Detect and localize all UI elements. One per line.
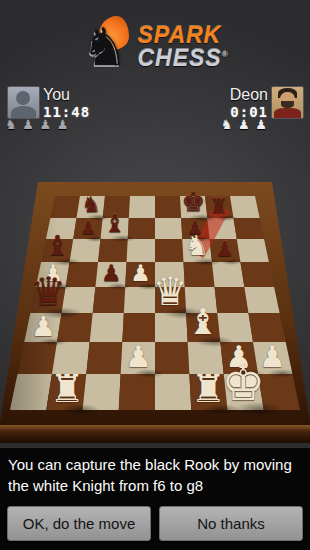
sparkchess-app: { "game": "chess", "logo": { "title_top"… <box>0 0 310 550</box>
piece-black-b-c7[interactable]: ♝ <box>104 212 126 237</box>
piece-black-p-g6[interactable]: ♟ <box>215 239 233 260</box>
knight-logo-icon: ♞ <box>81 16 133 78</box>
avatar-white-player <box>7 86 40 119</box>
logo-text-chess: CHESS® <box>137 47 228 70</box>
no-thanks-button[interactable]: No thanks <box>159 506 303 541</box>
piece-white-q-e4[interactable]: ♛ <box>153 272 188 311</box>
chess-board[interactable]: ♞♚♜♟♝♟♝♞♟♟♟♟♛♛♟♝♟♟♟♜♜♚ <box>0 135 310 447</box>
piece-white-b-f3[interactable]: ♝ <box>187 304 219 340</box>
square-d4[interactable] <box>124 287 155 313</box>
square-e1[interactable] <box>155 374 191 410</box>
square-e7[interactable] <box>155 218 182 239</box>
piece-white-p-d2[interactable]: ♟ <box>125 342 152 372</box>
square-g4[interactable] <box>215 287 249 313</box>
square-d1[interactable] <box>119 374 155 410</box>
piece-white-p-a3[interactable]: ♟ <box>31 313 56 341</box>
square-d3[interactable] <box>122 313 155 342</box>
hint-panel: You can capture the black Rook by moving… <box>0 447 310 550</box>
black-captured-tray: ♞ ♟ ♟ <box>221 117 268 132</box>
white-captured-tray: ♞ ♟ ♟ ♟ <box>5 117 69 132</box>
piece-white-r-b1[interactable]: ♜ <box>49 369 84 408</box>
piece-white-k-g1[interactable]: ♚ <box>221 359 265 408</box>
square-e6[interactable] <box>155 239 183 262</box>
square-h5[interactable] <box>240 262 274 287</box>
square-h4[interactable] <box>244 287 279 313</box>
piece-black-n-b8[interactable]: ♞ <box>81 194 101 216</box>
square-h7[interactable] <box>233 218 264 239</box>
piece-black-q-a4[interactable]: ♛ <box>31 272 66 311</box>
piece-white-p-d5[interactable]: ♟ <box>130 262 151 285</box>
ok-do-move-button[interactable]: OK, do the move <box>7 506 151 541</box>
black-player-name: Deon <box>230 86 268 104</box>
square-e8[interactable] <box>155 196 181 218</box>
white-player-name: You <box>43 86 70 104</box>
app-logo: ♞ SPARK CHESS® <box>0 14 310 80</box>
piece-black-p-c5[interactable]: ♟ <box>101 262 122 285</box>
piece-black-k-f8[interactable]: ♚ <box>181 189 205 216</box>
logo-text-spark: SPARK <box>137 24 228 47</box>
square-h3[interactable] <box>248 313 285 342</box>
piece-white-r-f1[interactable]: ♜ <box>190 369 225 408</box>
piece-black-r-g8[interactable]: ♜ <box>210 195 229 216</box>
piece-black-p-b7[interactable]: ♟ <box>80 219 96 237</box>
hint-text: You can capture the black Rook by moving… <box>8 455 302 496</box>
piece-white-n-f6[interactable]: ♞ <box>184 232 209 260</box>
piece-black-b-a6[interactable]: ♝ <box>45 232 70 260</box>
avatar-black-player <box>271 86 304 119</box>
